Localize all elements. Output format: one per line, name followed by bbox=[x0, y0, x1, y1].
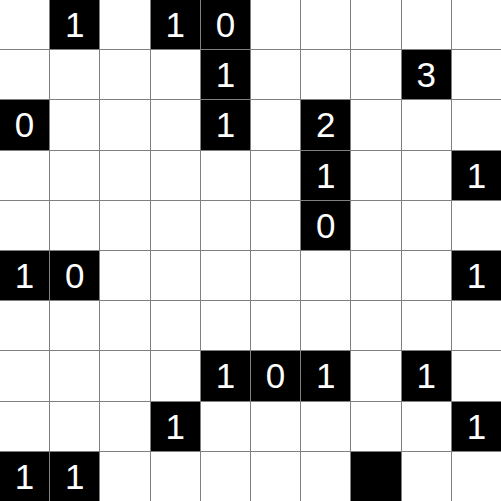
clue-r3c9: 1 bbox=[452, 151, 501, 200]
clue-r1c8: 3 bbox=[402, 50, 451, 99]
cell-r9c8[interactable] bbox=[402, 452, 451, 501]
cell-r0c7[interactable] bbox=[351, 0, 400, 49]
cell-r1c3[interactable] bbox=[151, 50, 200, 99]
cell-r5c4[interactable] bbox=[201, 251, 250, 300]
cell-r2c8[interactable] bbox=[402, 100, 451, 149]
cell-r8c6[interactable] bbox=[301, 402, 350, 451]
cell-r6c3[interactable] bbox=[151, 301, 200, 350]
clue-r7c5: 0 bbox=[251, 351, 300, 400]
cell-r9c2[interactable] bbox=[100, 452, 149, 501]
cell-r7c7[interactable] bbox=[351, 351, 400, 400]
clue-r2c4: 1 bbox=[201, 100, 250, 149]
cell-r7c1[interactable] bbox=[50, 351, 99, 400]
cell-r7c0[interactable] bbox=[0, 351, 49, 400]
cell-r0c2[interactable] bbox=[100, 0, 149, 49]
cell-r6c7[interactable] bbox=[351, 301, 400, 350]
clue-r0c3: 1 bbox=[151, 0, 200, 49]
cell-r3c7[interactable] bbox=[351, 151, 400, 200]
clue-r5c0: 1 bbox=[0, 251, 49, 300]
cell-r6c6[interactable] bbox=[301, 301, 350, 350]
cell-r6c5[interactable] bbox=[251, 301, 300, 350]
clue-r2c6: 2 bbox=[301, 100, 350, 149]
clue-r2c0: 0 bbox=[0, 100, 49, 149]
cell-r3c2[interactable] bbox=[100, 151, 149, 200]
clue-r8c3: 1 bbox=[151, 402, 200, 451]
cell-r8c7[interactable] bbox=[351, 402, 400, 451]
cell-r7c2[interactable] bbox=[100, 351, 149, 400]
cell-r3c5[interactable] bbox=[251, 151, 300, 200]
cell-r4c2[interactable] bbox=[100, 201, 149, 250]
cell-r2c7[interactable] bbox=[351, 100, 400, 149]
cell-r2c3[interactable] bbox=[151, 100, 200, 149]
cell-r8c2[interactable] bbox=[100, 402, 149, 451]
cell-r3c1[interactable] bbox=[50, 151, 99, 200]
cell-r2c5[interactable] bbox=[251, 100, 300, 149]
cell-r6c1[interactable] bbox=[50, 301, 99, 350]
clue-r7c8: 1 bbox=[402, 351, 451, 400]
clue-r0c4: 0 bbox=[201, 0, 250, 49]
clue-r9c0: 1 bbox=[0, 452, 49, 501]
cell-r0c6[interactable] bbox=[301, 0, 350, 49]
clue-r7c4: 1 bbox=[201, 351, 250, 400]
cell-r3c0[interactable] bbox=[0, 151, 49, 200]
cell-r3c3[interactable] bbox=[151, 151, 200, 200]
cell-r1c7[interactable] bbox=[351, 50, 400, 99]
clue-r4c6: 0 bbox=[301, 201, 350, 250]
cell-r4c5[interactable] bbox=[251, 201, 300, 250]
cell-r8c0[interactable] bbox=[0, 402, 49, 451]
cell-r6c4[interactable] bbox=[201, 301, 250, 350]
clue-r5c9: 1 bbox=[452, 251, 501, 300]
clue-r0c1: 1 bbox=[50, 0, 99, 49]
cell-r4c1[interactable] bbox=[50, 201, 99, 250]
wall-r9c7 bbox=[351, 452, 400, 501]
cell-r0c5[interactable] bbox=[251, 0, 300, 49]
cell-r1c6[interactable] bbox=[301, 50, 350, 99]
cell-r1c5[interactable] bbox=[251, 50, 300, 99]
cell-r1c1[interactable] bbox=[50, 50, 99, 99]
cell-r3c4[interactable] bbox=[201, 151, 250, 200]
puzzle-board: 1101301211010110111111 bbox=[0, 0, 501, 501]
clue-r9c1: 1 bbox=[50, 452, 99, 501]
cell-r4c9[interactable] bbox=[452, 201, 501, 250]
cell-r4c8[interactable] bbox=[402, 201, 451, 250]
cell-r6c9[interactable] bbox=[452, 301, 501, 350]
cell-r6c8[interactable] bbox=[402, 301, 451, 350]
clue-r1c4: 1 bbox=[201, 50, 250, 99]
cell-r8c8[interactable] bbox=[402, 402, 451, 451]
cell-r0c9[interactable] bbox=[452, 0, 501, 49]
cell-r9c5[interactable] bbox=[251, 452, 300, 501]
clue-r3c6: 1 bbox=[301, 151, 350, 200]
cell-r3c8[interactable] bbox=[402, 151, 451, 200]
cell-r0c0[interactable] bbox=[0, 0, 49, 49]
cell-r2c2[interactable] bbox=[100, 100, 149, 149]
cell-r9c3[interactable] bbox=[151, 452, 200, 501]
cell-r5c3[interactable] bbox=[151, 251, 200, 300]
cell-r6c0[interactable] bbox=[0, 301, 49, 350]
cell-r5c6[interactable] bbox=[301, 251, 350, 300]
cell-r0c8[interactable] bbox=[402, 0, 451, 49]
cell-r4c7[interactable] bbox=[351, 201, 400, 250]
cell-r8c5[interactable] bbox=[251, 402, 300, 451]
cell-r2c9[interactable] bbox=[452, 100, 501, 149]
cell-r4c0[interactable] bbox=[0, 201, 49, 250]
cell-r5c5[interactable] bbox=[251, 251, 300, 300]
cell-r8c4[interactable] bbox=[201, 402, 250, 451]
cell-r5c7[interactable] bbox=[351, 251, 400, 300]
cell-r7c3[interactable] bbox=[151, 351, 200, 400]
clue-r8c9: 1 bbox=[452, 402, 501, 451]
clue-r5c1: 0 bbox=[50, 251, 99, 300]
cell-r9c9[interactable] bbox=[452, 452, 501, 501]
cell-r1c0[interactable] bbox=[0, 50, 49, 99]
cell-r9c4[interactable] bbox=[201, 452, 250, 501]
cell-r8c1[interactable] bbox=[50, 402, 99, 451]
cell-r9c6[interactable] bbox=[301, 452, 350, 501]
clue-r7c6: 1 bbox=[301, 351, 350, 400]
cell-r1c9[interactable] bbox=[452, 50, 501, 99]
cell-r5c2[interactable] bbox=[100, 251, 149, 300]
cell-r4c3[interactable] bbox=[151, 201, 200, 250]
cell-r7c9[interactable] bbox=[452, 351, 501, 400]
cell-r4c4[interactable] bbox=[201, 201, 250, 250]
cell-r2c1[interactable] bbox=[50, 100, 99, 149]
cell-r5c8[interactable] bbox=[402, 251, 451, 300]
cell-r6c2[interactable] bbox=[100, 301, 149, 350]
cell-r1c2[interactable] bbox=[100, 50, 149, 99]
